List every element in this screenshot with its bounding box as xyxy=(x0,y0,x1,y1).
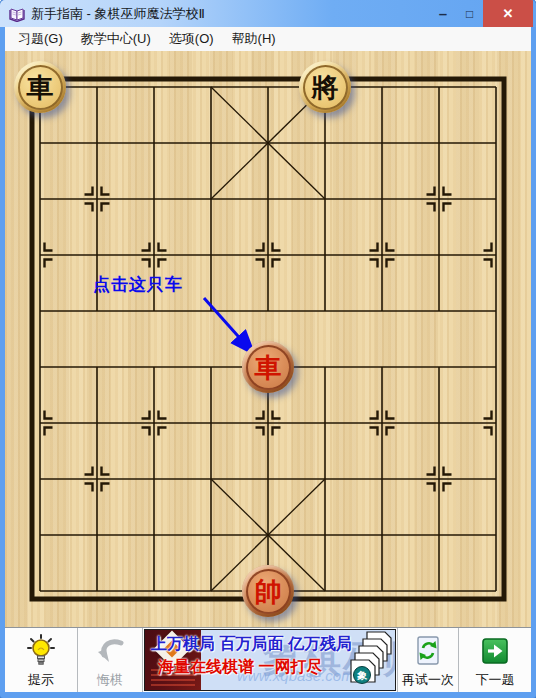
game-library-stack-icon: 象 xyxy=(345,631,393,689)
ad-line-1: 上万棋局 百万局面 亿万残局 xyxy=(151,634,352,655)
menu-teaching-center[interactable]: 教学中心(U) xyxy=(72,27,160,51)
maximize-button[interactable]: □ xyxy=(456,0,483,27)
retry-button[interactable]: 再试一次 xyxy=(397,628,458,692)
minimize-button[interactable]: – xyxy=(430,0,456,27)
toolbar: 提示 悔棋 象棋巫师 www.xqbase.com 上万棋局 百万局面 xyxy=(5,627,531,692)
close-button[interactable]: ✕ xyxy=(483,0,533,27)
piece-character: 車 xyxy=(246,345,291,390)
svg-text:象: 象 xyxy=(357,670,368,681)
tutorial-annotation: 点击这只车 xyxy=(93,273,183,296)
retry-label: 再试一次 xyxy=(402,671,454,689)
undo-move-button[interactable]: 悔棋 xyxy=(78,628,143,692)
app-book-icon xyxy=(9,6,25,22)
piece-character: 將 xyxy=(303,65,348,110)
lightbulb-icon xyxy=(25,634,57,668)
next-problem-button[interactable]: 下一题 xyxy=(458,628,531,692)
piece-character: 車 xyxy=(18,65,63,110)
menu-bar: 习题(G) 教学中心(U) 选项(O) 帮助(H) xyxy=(5,27,531,52)
piece-black-chariot[interactable]: 車 xyxy=(14,61,66,113)
close-icon: ✕ xyxy=(503,6,514,21)
menu-help[interactable]: 帮助(H) xyxy=(223,27,285,51)
maximize-icon: □ xyxy=(466,7,473,21)
title-bar: 新手指南 - 象棋巫师魔法学校Ⅱ – □ ✕ xyxy=(0,0,536,27)
next-arrow-icon xyxy=(481,637,509,665)
ad-banner-cell: 象棋巫师 www.xqbase.com 上万棋局 百万局面 亿万残局 海量在线棋… xyxy=(143,628,397,692)
hint-label: 提示 xyxy=(28,671,54,689)
refresh-page-icon xyxy=(414,635,442,667)
board-grid-lines xyxy=(5,51,531,627)
hint-button[interactable]: 提示 xyxy=(5,628,78,692)
ad-banner[interactable]: 象棋巫师 www.xqbase.com 上万棋局 百万局面 亿万残局 海量在线棋… xyxy=(144,629,396,691)
window-controls: – □ ✕ xyxy=(430,0,536,27)
xiangqi-board[interactable]: 点击这只车 車將車帥 xyxy=(5,51,531,627)
menu-options[interactable]: 选项(O) xyxy=(160,27,223,51)
next-label: 下一题 xyxy=(476,671,515,689)
piece-character: 帥 xyxy=(246,569,291,614)
undo-arrow-icon xyxy=(94,636,126,666)
piece-red-general[interactable]: 帥 xyxy=(242,565,294,617)
minimize-icon: – xyxy=(439,5,447,22)
undo-label: 悔棋 xyxy=(97,671,123,689)
ad-line-2: 海量在线棋谱 一网打尽 xyxy=(158,657,322,678)
window-title: 新手指南 - 象棋巫师魔法学校Ⅱ xyxy=(31,5,205,23)
piece-red-chariot[interactable]: 車 xyxy=(242,341,294,393)
app-window: 新手指南 - 象棋巫师魔法学校Ⅱ – □ ✕ 习题(G) 教学中心(U) 选项(… xyxy=(0,0,536,698)
menu-exercises[interactable]: 习题(G) xyxy=(9,27,72,51)
piece-black-general[interactable]: 將 xyxy=(299,61,351,113)
